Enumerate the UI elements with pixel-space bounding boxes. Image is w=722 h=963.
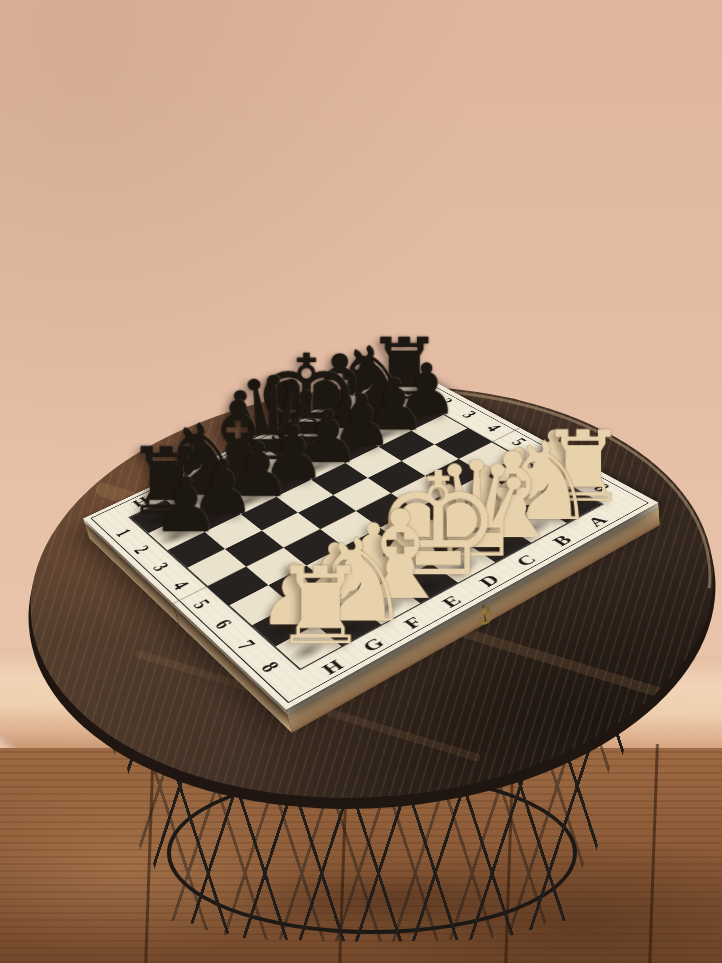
plank-gap [648,744,659,963]
photo-scene: HGFEDCBA HGFEDCBA 12345678 12345678 ♜♞♝♛… [0,0,722,963]
square-b2: ♟ [357,417,412,446]
square-f3 [241,497,298,531]
